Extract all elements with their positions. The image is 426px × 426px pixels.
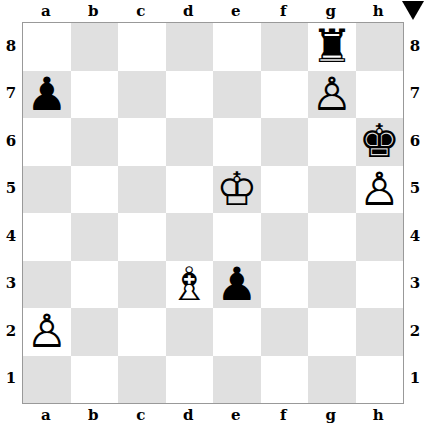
rank-label-7: 7 — [0, 70, 22, 118]
square-b4[interactable] — [71, 213, 119, 261]
file-labels-bottom: abcdefgh — [22, 404, 402, 426]
square-g5[interactable] — [308, 166, 356, 214]
square-e8[interactable] — [213, 23, 261, 71]
square-c5[interactable] — [118, 166, 166, 214]
square-b5[interactable] — [71, 166, 119, 214]
rank-label-5: 5 — [404, 165, 426, 213]
square-f8[interactable] — [261, 23, 309, 71]
square-a8[interactable] — [23, 23, 71, 71]
rank-labels-left: 87654321 — [0, 22, 22, 402]
square-f2[interactable] — [261, 308, 309, 356]
square-g1[interactable] — [308, 356, 356, 404]
square-c6[interactable] — [118, 118, 166, 166]
file-label-c: c — [117, 404, 165, 426]
rank-label-7: 7 — [404, 70, 426, 118]
square-e6[interactable] — [213, 118, 261, 166]
square-f5[interactable] — [261, 166, 309, 214]
square-b1[interactable] — [71, 356, 119, 404]
square-a5[interactable] — [23, 166, 71, 214]
square-d6[interactable] — [166, 118, 214, 166]
file-label-a: a — [22, 0, 70, 22]
square-a1[interactable] — [23, 356, 71, 404]
rank-label-3: 3 — [0, 260, 22, 308]
rank-labels-right: 87654321 — [404, 22, 426, 402]
square-g8[interactable]: ♜ — [308, 23, 356, 71]
rank-label-5: 5 — [0, 165, 22, 213]
square-g4[interactable] — [308, 213, 356, 261]
rank-label-2: 2 — [404, 307, 426, 355]
square-f1[interactable] — [261, 356, 309, 404]
chess-board: ♜♟♙♚♔♙♗♟♙ — [22, 22, 404, 404]
square-c7[interactable] — [118, 71, 166, 119]
rank-label-6: 6 — [0, 117, 22, 165]
square-c1[interactable] — [118, 356, 166, 404]
square-c2[interactable] — [118, 308, 166, 356]
black-to-move-triangle-icon — [402, 1, 424, 20]
square-b6[interactable] — [71, 118, 119, 166]
file-label-b: b — [70, 0, 118, 22]
piece-white-pawn[interactable]: ♙ — [311, 71, 352, 118]
rank-label-3: 3 — [404, 260, 426, 308]
file-label-c: c — [117, 0, 165, 22]
file-label-h: h — [355, 404, 403, 426]
square-e4[interactable] — [213, 213, 261, 261]
square-e5[interactable]: ♔ — [213, 166, 261, 214]
square-a7[interactable]: ♟ — [23, 71, 71, 119]
square-f7[interactable] — [261, 71, 309, 119]
square-a4[interactable] — [23, 213, 71, 261]
square-a6[interactable] — [23, 118, 71, 166]
file-label-f: f — [260, 0, 308, 22]
piece-black-king[interactable]: ♚ — [359, 118, 400, 165]
square-h2[interactable] — [356, 308, 404, 356]
square-a2[interactable]: ♙ — [23, 308, 71, 356]
file-label-d: d — [165, 404, 213, 426]
rank-label-4: 4 — [0, 212, 22, 260]
square-f6[interactable] — [261, 118, 309, 166]
square-a3[interactable] — [23, 261, 71, 309]
square-c3[interactable] — [118, 261, 166, 309]
rank-label-2: 2 — [0, 307, 22, 355]
square-d1[interactable] — [166, 356, 214, 404]
piece-white-king[interactable]: ♔ — [216, 166, 257, 213]
file-label-e: e — [212, 404, 260, 426]
rank-label-8: 8 — [404, 22, 426, 70]
rank-label-4: 4 — [404, 212, 426, 260]
square-h5[interactable]: ♙ — [356, 166, 404, 214]
square-d3[interactable]: ♗ — [166, 261, 214, 309]
square-f4[interactable] — [261, 213, 309, 261]
piece-black-pawn[interactable]: ♟ — [216, 261, 257, 308]
piece-white-pawn[interactable]: ♙ — [359, 166, 400, 213]
file-label-e: e — [212, 0, 260, 22]
file-label-a: a — [22, 404, 70, 426]
square-d2[interactable] — [166, 308, 214, 356]
square-h7[interactable] — [356, 71, 404, 119]
square-c4[interactable] — [118, 213, 166, 261]
square-e1[interactable] — [213, 356, 261, 404]
square-e3[interactable]: ♟ — [213, 261, 261, 309]
file-label-b: b — [70, 404, 118, 426]
square-h3[interactable] — [356, 261, 404, 309]
piece-white-pawn[interactable]: ♙ — [26, 308, 67, 355]
square-d8[interactable] — [166, 23, 214, 71]
square-b7[interactable] — [71, 71, 119, 119]
rank-label-8: 8 — [0, 22, 22, 70]
square-h4[interactable] — [356, 213, 404, 261]
rank-label-6: 6 — [404, 117, 426, 165]
piece-black-rook[interactable]: ♜ — [311, 23, 352, 70]
file-label-f: f — [260, 404, 308, 426]
square-h8[interactable] — [356, 23, 404, 71]
square-f3[interactable] — [261, 261, 309, 309]
piece-white-bishop[interactable]: ♗ — [169, 261, 210, 308]
piece-black-pawn[interactable]: ♟ — [26, 71, 67, 118]
square-h6[interactable]: ♚ — [356, 118, 404, 166]
square-b3[interactable] — [71, 261, 119, 309]
file-label-h: h — [355, 0, 403, 22]
file-label-g: g — [307, 404, 355, 426]
square-b2[interactable] — [71, 308, 119, 356]
square-g3[interactable] — [308, 261, 356, 309]
file-label-d: d — [165, 0, 213, 22]
rank-label-1: 1 — [404, 355, 426, 403]
rank-label-1: 1 — [0, 355, 22, 403]
square-e2[interactable] — [213, 308, 261, 356]
square-g6[interactable] — [308, 118, 356, 166]
square-d4[interactable] — [166, 213, 214, 261]
square-c8[interactable] — [118, 23, 166, 71]
square-b8[interactable] — [71, 23, 119, 71]
square-h1[interactable] — [356, 356, 404, 404]
chess-diagram: abcdefgh abcdefgh 87654321 87654321 ♜♟♙♚… — [0, 0, 426, 426]
square-e7[interactable] — [213, 71, 261, 119]
square-g2[interactable] — [308, 308, 356, 356]
square-d7[interactable] — [166, 71, 214, 119]
square-g7[interactable]: ♙ — [308, 71, 356, 119]
square-d5[interactable] — [166, 166, 214, 214]
